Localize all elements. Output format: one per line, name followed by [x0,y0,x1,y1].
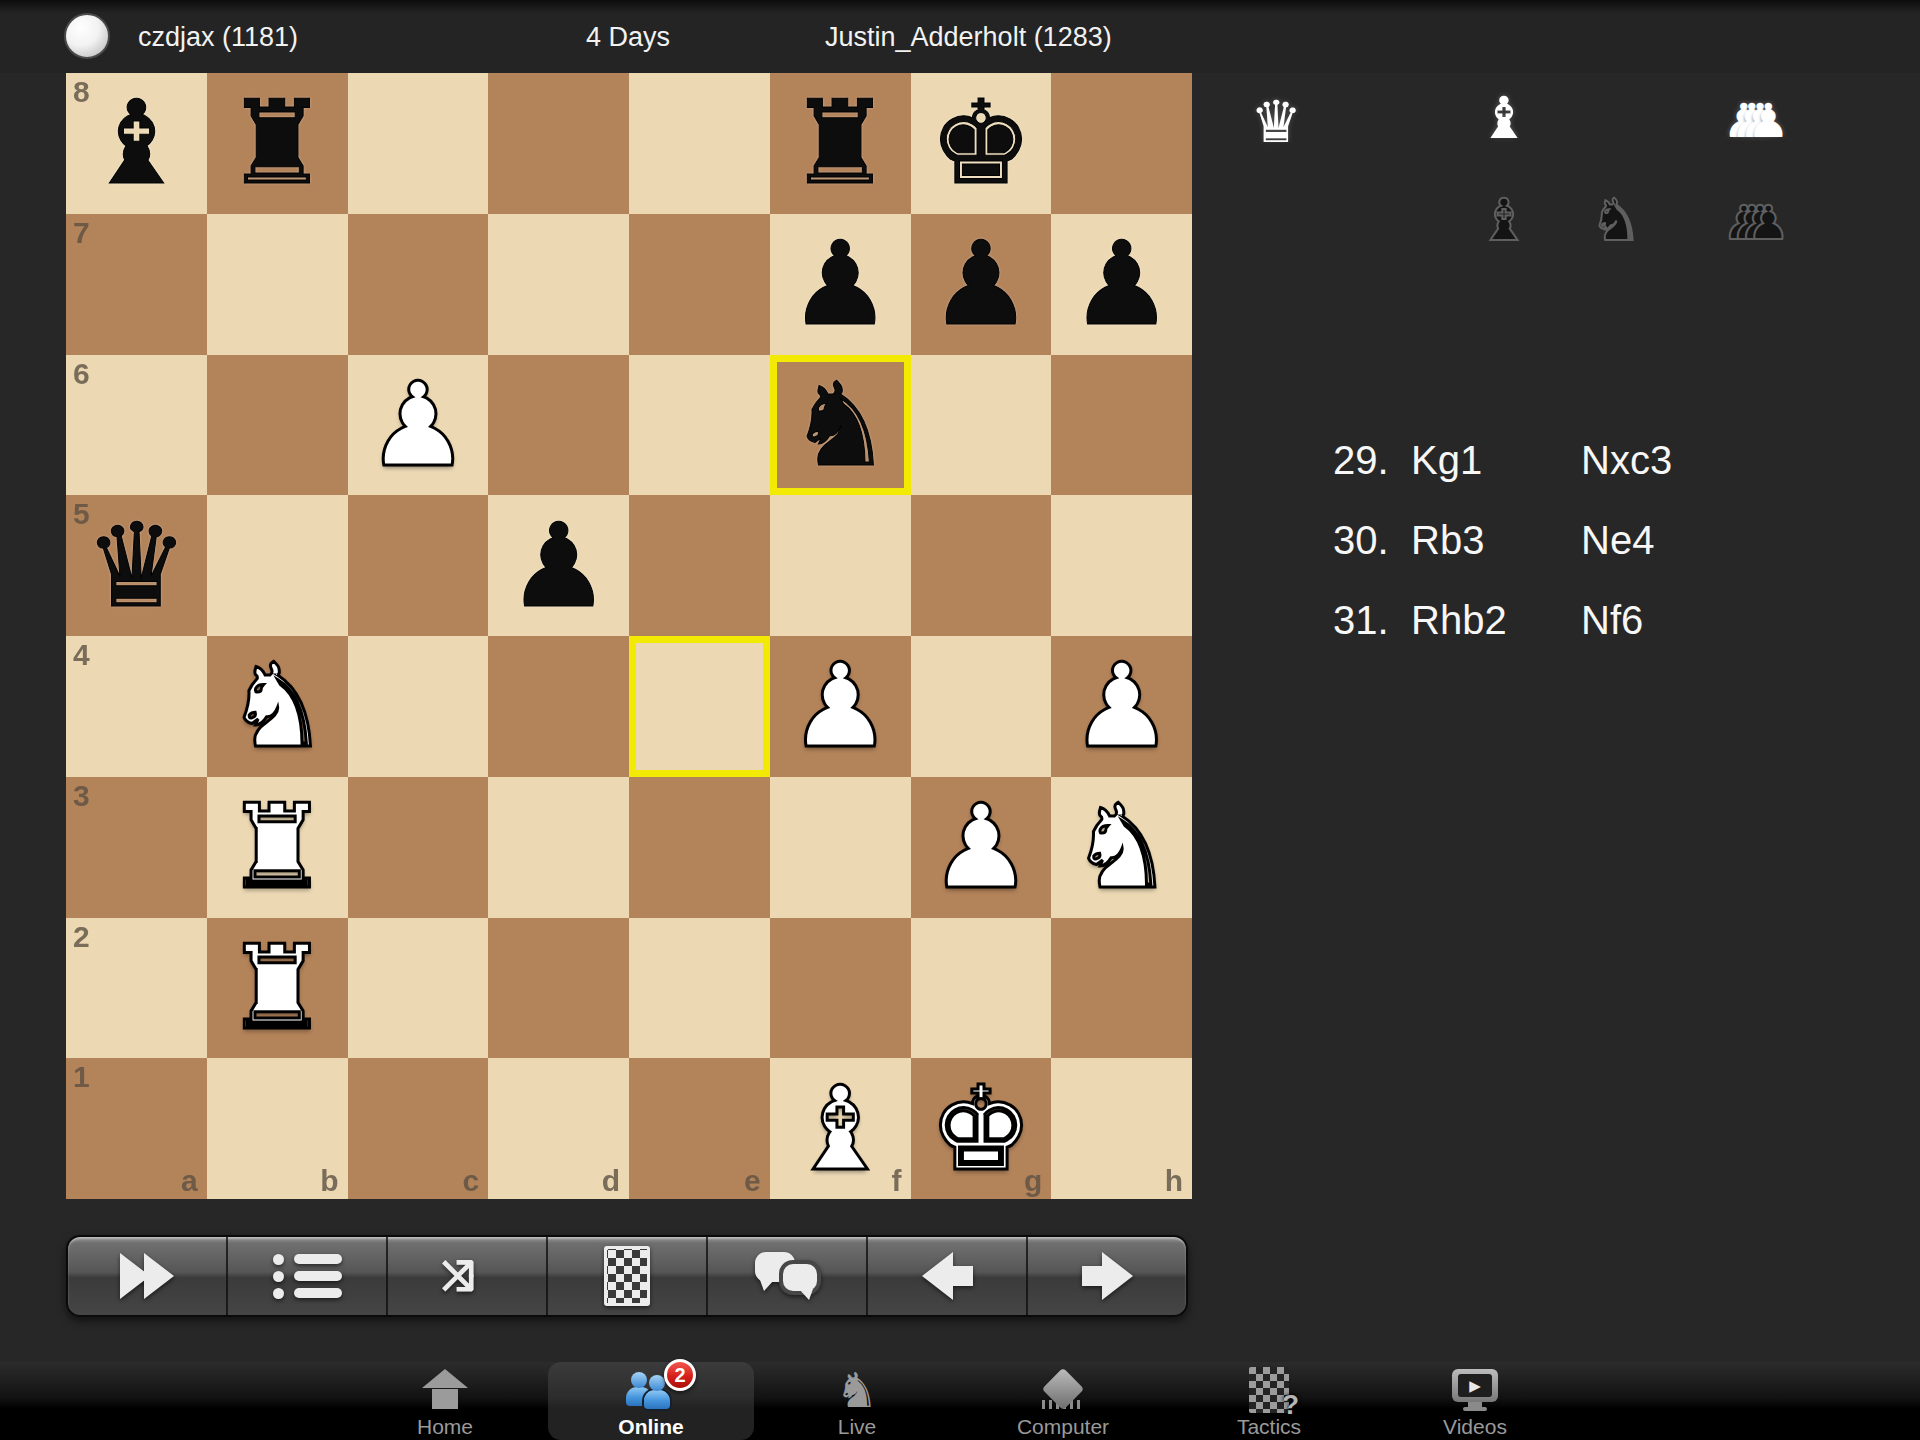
square-h7[interactable]: ♟ [1051,214,1192,355]
tab-tactics[interactable]: ? Tactics [1166,1362,1372,1440]
square-e7[interactable] [629,214,770,355]
captured-white-pawn-x4: ♟♟♟♟ [1686,97,1826,144]
game-toolbar: ↗↘ [66,1235,1188,1317]
move-number: 30. [1333,518,1411,563]
checkerboard-icon [604,1246,650,1306]
square-e5[interactable] [629,495,770,636]
square-c4[interactable] [348,636,489,777]
move-white[interactable]: Rb3 [1411,518,1581,563]
square-h8[interactable] [1051,73,1192,214]
black-rook: ♜ [207,73,348,214]
shuffle-icon: ↗↘ [434,1246,500,1306]
move-black[interactable]: Nxc3 [1581,438,1672,483]
square-a2[interactable]: 2 [66,918,207,1059]
square-c7[interactable] [348,214,489,355]
forward-button[interactable] [1028,1237,1186,1315]
square-c1[interactable]: c [348,1058,489,1199]
square-g4[interactable] [911,636,1052,777]
square-d4[interactable] [488,636,629,777]
square-f7[interactable]: ♟ [770,214,911,355]
square-c5[interactable] [348,495,489,636]
tab-videos-label: Videos [1443,1415,1507,1439]
square-h6[interactable] [1051,355,1192,496]
square-g6[interactable] [911,355,1052,496]
captured-pieces-panel: ♛♝♟♟♟♟ ♝♞♟♟♟♟ [1191,73,1920,303]
black-pawn: ♟ [911,214,1052,355]
file-label-b: b [320,1164,338,1198]
white-pawn: ♟ [1051,636,1192,777]
tab-home[interactable]: Home [342,1362,548,1440]
rank-label-2: 2 [73,920,90,954]
square-c2[interactable] [348,918,489,1059]
white-rook: ♜ [207,777,348,918]
chess-board: 8♝♜♜♚7♟♟♟6♟♞5♛♟4♞♟♟3♜♟♞2♜1abcdef♝g♚h [66,73,1192,1199]
square-d1[interactable]: d [488,1058,629,1199]
square-f5[interactable] [770,495,911,636]
top-bar: czdjax (1181) 4 Days Justin_Adderholt (1… [0,0,1920,73]
square-e3[interactable] [629,777,770,918]
square-f6[interactable]: ♞ [770,355,911,496]
square-e8[interactable] [629,73,770,214]
live-knight-icon: ♞ [835,1367,878,1413]
square-d5[interactable]: ♟ [488,495,629,636]
captured-white-queen: ♛ [1231,93,1321,151]
online-badge: 2 [664,1359,696,1391]
chat-button[interactable] [708,1237,868,1315]
square-h5[interactable] [1051,495,1192,636]
black-player-name: Justin_Adderholt (1283) [825,22,1112,53]
black-pawn: ♟ [488,495,629,636]
square-g8[interactable]: ♚ [911,73,1052,214]
square-a8[interactable]: 8♝ [66,73,207,214]
white-pawn: ♟ [348,355,489,496]
videos-monitor-icon: ▶ [1452,1369,1498,1411]
rank-label-3: 3 [73,779,90,813]
tab-live[interactable]: ♞ Live [754,1362,960,1440]
square-f2[interactable] [770,918,911,1059]
square-g5[interactable] [911,495,1052,636]
back-button[interactable] [868,1237,1028,1315]
square-h4[interactable]: ♟ [1051,636,1192,777]
square-d2[interactable] [488,918,629,1059]
square-h1[interactable]: h [1051,1058,1192,1199]
square-d6[interactable] [488,355,629,496]
black-pawn: ♟ [770,214,911,355]
black-rook: ♜ [770,73,911,214]
square-e2[interactable] [629,918,770,1059]
move-row-30: 30.Rb3Ne4 [1333,500,1672,580]
black-queen: ♛ [66,495,207,636]
square-e4[interactable] [629,636,770,777]
bottom-tab-bar: Home 2 Online ♞ Live Computer [0,1362,1920,1440]
file-label-a: a [181,1164,198,1198]
white-player-name: czdjax (1181) [138,22,298,53]
square-a5[interactable]: 5♛ [66,495,207,636]
chat-icon [755,1250,819,1302]
white-pawn: ♟ [770,636,911,777]
black-pawn: ♟ [1051,214,1192,355]
move-black[interactable]: Ne4 [1581,518,1672,563]
square-e6[interactable] [629,355,770,496]
move-number: 31. [1333,598,1411,643]
rank-label-1: 1 [73,1060,90,1094]
tab-live-label: Live [838,1415,877,1439]
white-knight: ♞ [1051,777,1192,918]
square-c3[interactable] [348,777,489,918]
square-g1[interactable]: g♚ [911,1058,1052,1199]
fast-forward-button[interactable] [68,1237,228,1315]
square-b3[interactable]: ♜ [207,777,348,918]
file-label-c: c [463,1164,480,1198]
black-bishop: ♝ [66,73,207,214]
time-control-label: 4 Days [586,22,670,53]
back-arrow-icon [922,1252,973,1300]
square-h3[interactable]: ♞ [1051,777,1192,918]
square-b1[interactable]: b [207,1058,348,1199]
square-b2[interactable]: ♜ [207,918,348,1059]
square-f8[interactable]: ♜ [770,73,911,214]
tactics-board-icon: ? [1249,1367,1289,1413]
square-e1[interactable]: e [629,1058,770,1199]
move-number: 29. [1333,438,1411,483]
black-knight: ♞ [770,355,911,496]
square-d8[interactable] [488,73,629,214]
move-row-29: 29.Kg1Nxc3 [1333,420,1672,500]
square-h2[interactable] [1051,918,1192,1059]
white-knight: ♞ [207,636,348,777]
square-a3[interactable]: 3 [66,777,207,918]
square-f1[interactable]: f♝ [770,1058,911,1199]
move-white[interactable]: Kg1 [1411,438,1581,483]
tab-online[interactable]: 2 Online [548,1362,754,1440]
shuffle-button[interactable]: ↗↘ [388,1237,548,1315]
rank-label-4: 4 [73,638,90,672]
captured-black-bishop: ♝ [1459,191,1549,249]
tab-online-label: Online [618,1415,683,1439]
square-b4[interactable]: ♞ [207,636,348,777]
square-a4[interactable]: 4 [66,636,207,777]
square-a1[interactable]: 1a [66,1058,207,1199]
square-d3[interactable] [488,777,629,918]
white-pawn: ♟ [911,777,1052,918]
tab-computer-label: Computer [1017,1415,1109,1439]
tab-home-label: Home [417,1415,473,1439]
file-label-e: e [744,1164,761,1198]
rank-label-7: 7 [73,216,90,250]
square-b7[interactable] [207,214,348,355]
square-b8[interactable]: ♜ [207,73,348,214]
square-g7[interactable]: ♟ [911,214,1052,355]
square-c8[interactable] [348,73,489,214]
player-avatar[interactable] [64,13,110,59]
white-king: ♚ [911,1058,1052,1199]
list-icon [273,1248,342,1305]
white-bishop: ♝ [770,1058,911,1199]
square-d7[interactable] [488,214,629,355]
move-black[interactable]: Nf6 [1581,598,1672,643]
square-g2[interactable] [911,918,1052,1059]
rank-label-6: 6 [73,357,90,391]
tab-computer[interactable]: Computer [960,1362,1166,1440]
file-label-h: h [1165,1164,1183,1198]
square-a7[interactable]: 7 [66,214,207,355]
captured-black-pawn-x4: ♟♟♟♟ [1686,199,1826,246]
white-rook: ♜ [207,918,348,1059]
move-list: 29.Kg1Nxc330.Rb3Ne431.Rhb2Nf6 [1333,420,1672,660]
file-label-d: d [602,1164,620,1198]
fast-forward-icon [120,1253,174,1299]
captured-white-bishop: ♝ [1459,89,1549,147]
computer-chip-icon [1042,1371,1084,1409]
square-c6[interactable]: ♟ [348,355,489,496]
tab-videos[interactable]: ▶ Videos [1372,1362,1578,1440]
home-icon [422,1369,468,1411]
square-b6[interactable] [207,355,348,496]
square-f3[interactable] [770,777,911,918]
move-row-31: 31.Rhb2Nf6 [1333,580,1672,660]
captured-black-knight: ♞ [1571,191,1661,249]
black-king: ♚ [911,73,1052,214]
online-people-icon: 2 [624,1369,678,1411]
move-list-button[interactable] [228,1237,388,1315]
forward-arrow-icon [1082,1252,1133,1300]
square-b5[interactable] [207,495,348,636]
square-g3[interactable]: ♟ [911,777,1052,918]
square-a6[interactable]: 6 [66,355,207,496]
move-white[interactable]: Rhb2 [1411,598,1581,643]
board-options-button[interactable] [548,1237,708,1315]
square-f4[interactable]: ♟ [770,636,911,777]
